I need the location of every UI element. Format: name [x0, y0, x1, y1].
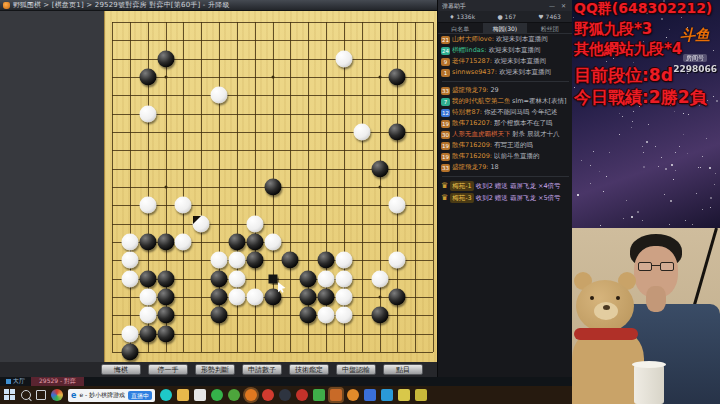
- white-stone-O17: [335, 50, 352, 67]
- black-stone-J6: [246, 252, 263, 269]
- blue-app-icon[interactable]: [364, 389, 376, 401]
- grid-line: [362, 22, 363, 352]
- game-button-strip: 悔棋停一手形勢判斷申請數子技術鑑定中盤認輸點目: [0, 362, 437, 377]
- game-button-1[interactable]: 停一手: [148, 364, 188, 375]
- chat-text: 那个橙旗本不在了吗: [494, 119, 570, 128]
- white-stone-G15: [211, 87, 228, 104]
- game-button-5[interactable]: 中盤認輸: [336, 364, 376, 375]
- level-badge: 12: [441, 109, 450, 117]
- black-stone-D7: [157, 234, 174, 251]
- chat-message: 19散伟716209:有写王道的吗: [438, 140, 573, 151]
- move-preview-square: [268, 274, 277, 283]
- chat-stat: ● 167: [497, 13, 516, 20]
- crown-icon: ♛: [441, 193, 448, 203]
- chat-divider: [442, 176, 569, 177]
- chat-text: 29: [490, 86, 570, 95]
- tab-hall[interactable]: 大厅: [0, 377, 31, 386]
- level-badge: 21: [441, 36, 450, 44]
- black-stone-Q11: [371, 160, 388, 177]
- chat-message-list[interactable]: 21山村大师love:欢迎来到本直播间24棋帽lindas:欢迎来到本直播间9老…: [438, 34, 573, 377]
- white-stone-H6: [228, 252, 245, 269]
- game-tab-label: 29529 - 對弈: [39, 377, 76, 386]
- black-stone-R13: [389, 124, 406, 141]
- yellow-app-icon[interactable]: [398, 389, 410, 401]
- chat-username: sinnwse9437:: [452, 68, 497, 77]
- chat-title: 弹幕助手: [442, 0, 466, 11]
- chat-username: 散伟716209:: [452, 152, 492, 161]
- black-stone-D17: [157, 50, 174, 67]
- black-stone-C16: [139, 69, 156, 86]
- white-stone-K7: [264, 234, 281, 251]
- black-stone-G5: [211, 270, 228, 287]
- black-stone-M5: [300, 270, 317, 287]
- white-stone-N5: [318, 270, 335, 287]
- teddy-bear-scarf: [574, 328, 638, 340]
- grid-line: [415, 22, 416, 352]
- last-move-marker: [193, 216, 201, 224]
- white-stone-Q5: [371, 270, 388, 287]
- white-stone-C4: [139, 289, 156, 306]
- level-badge: 33: [441, 87, 450, 95]
- gift-message: ♛梅苑-1收到2 赠送 霸屏飞龙 ×4倍亏: [438, 180, 573, 192]
- chat-text: 18: [490, 163, 570, 172]
- chat-text: 有写王道的吗: [494, 141, 570, 150]
- level-badge: 7: [441, 98, 450, 106]
- edge-live-chip: 直播中: [128, 391, 152, 400]
- chat-username: 人形无血虎覇棋天下:: [452, 130, 510, 139]
- star-point: [378, 296, 381, 299]
- screen: 野狐围棋 > [棋盘页1] > 29529號對弈房 對弈中[第60手] - 升降…: [0, 0, 720, 404]
- taskbar-app-icons: [160, 389, 427, 401]
- chat-tab-粉丝团[interactable]: 粉丝团: [527, 23, 572, 33]
- gift-sender: 梅苑-1: [450, 181, 473, 191]
- chat-username: 特别君87:: [452, 108, 482, 117]
- white-stone-H5: [228, 270, 245, 287]
- white-stone-J4: [246, 289, 263, 306]
- room-number-value: 2298066: [673, 64, 717, 74]
- white-stone-O3: [335, 307, 352, 324]
- chat-username: 盛龍飛龙79:: [452, 163, 488, 172]
- chat-tab-白名单[interactable]: 白名单: [438, 23, 483, 33]
- teal-app-icon[interactable]: [160, 389, 172, 401]
- chat-message: 1sinnwse9437:欢迎来到本直播间: [438, 67, 573, 78]
- gift-sender: 梅苑-3: [450, 193, 473, 203]
- chat-text: 你还不能回马吗 今年纪述: [484, 108, 570, 117]
- store-icon[interactable]: [194, 389, 206, 401]
- go-board[interactable]: [104, 11, 437, 362]
- black-stone-D4: [157, 289, 174, 306]
- black-stone-R4: [389, 289, 406, 306]
- chat-username: 我的时代航空第二鱼:: [452, 97, 510, 106]
- red-app-icon[interactable]: [262, 389, 274, 401]
- dark-app-icon[interactable]: [279, 389, 291, 401]
- white-stone-O4: [335, 289, 352, 306]
- white-stone-B6: [121, 252, 138, 269]
- chat-divider: [442, 81, 569, 82]
- chat-username: 散伟716207:: [452, 119, 492, 128]
- streamer-info-panel: 斗鱼 房间号 2298066 QQ群(648302212)野狐九段*3其他網站九…: [572, 0, 720, 228]
- streamer-info-line-4: 今日戰績:2勝2負: [574, 86, 706, 109]
- level-badge: 19: [441, 120, 450, 128]
- black-stone-D2: [157, 325, 174, 342]
- grid-line: [112, 352, 433, 353]
- streamer-info-line-2: 其他網站九段*4: [574, 40, 682, 59]
- black-stone-L6: [282, 252, 299, 269]
- danmu-chat-panel: 弹幕助手 — ✕ ♦ 1336k● 167♥ 7463 白名单梅园(30)粉丝团…: [437, 0, 572, 377]
- white-stone-O5: [335, 270, 352, 287]
- chat-message: 33盛龍飛龙79:29: [438, 85, 573, 96]
- level-badge: 33: [441, 164, 450, 172]
- hall-icon: [6, 379, 11, 384]
- yellow2-app-icon[interactable]: [415, 389, 427, 401]
- level-badge: 9: [441, 58, 450, 66]
- level-badge: 30: [441, 131, 450, 139]
- black-stone-M3: [300, 307, 317, 324]
- white-stone-C14: [139, 105, 156, 122]
- chat-message: 19散伟716207:那个橙旗本不在了吗: [438, 118, 573, 129]
- gift-text: 收到2 赠送 霸屏飞龙 ×5倍亏: [476, 193, 561, 203]
- black-stone-D3: [157, 307, 174, 324]
- edge-page-title: e - 妙小棋牌游戏: [79, 391, 125, 400]
- black-stone-N4: [318, 289, 335, 306]
- chat-stats-row: ♦ 1336k● 167♥ 7463: [438, 11, 572, 23]
- chat-message: 19散伟716209:以前斗鱼直播的: [438, 151, 573, 162]
- black-stone-Q3: [371, 307, 388, 324]
- chat-stat: ♥ 7463: [538, 13, 561, 20]
- streamer-info-line-3: 目前段位:8d: [574, 64, 673, 87]
- chat-message: 21山村大师love:欢迎来到本直播间: [438, 34, 573, 45]
- mic-stand: [690, 228, 718, 315]
- black-stone-J7: [246, 234, 263, 251]
- mouse-cursor: [278, 282, 286, 293]
- grid-line: [290, 22, 291, 352]
- chat-message: 12特别君87:你还不能回马吗 今年纪述: [438, 107, 573, 118]
- star-point: [378, 76, 381, 79]
- white-stone-E9: [175, 197, 192, 214]
- chat-window-icons[interactable]: — ✕: [549, 0, 568, 11]
- star-point: [378, 186, 381, 189]
- white-stone-R9: [389, 197, 406, 214]
- chat-username: 散伟716209:: [452, 141, 492, 150]
- white-stone-N3: [318, 307, 335, 324]
- streamer-info-line-0: QQ群(648302212): [574, 0, 712, 18]
- game-button-2[interactable]: 形勢判斷: [195, 364, 235, 375]
- chat-text: 欢迎来到本直播间: [488, 46, 570, 55]
- tab-game-room[interactable]: 29529 - 對弈: [31, 377, 84, 386]
- white-stone-J8: [246, 215, 263, 232]
- task-view-icon[interactable]: [36, 390, 46, 400]
- white-stone-R6: [389, 252, 406, 269]
- breadcrumb: > [棋盘页1] > 29529號對弈房 對弈中[第60手] - 升降級: [43, 1, 229, 9]
- chat-username: 棋帽lindas:: [452, 46, 486, 55]
- white-stone-E7: [175, 234, 192, 251]
- level-badge: 1: [441, 69, 450, 77]
- white-stone-H4: [228, 289, 245, 306]
- windows-taskbar: e e - 妙小棋牌游戏 直播中: [0, 386, 572, 404]
- teal-sq-app-icon[interactable]: [381, 389, 393, 401]
- chat-tab-梅园(30)[interactable]: 梅园(30): [483, 23, 528, 33]
- black-stone-N6: [318, 252, 335, 269]
- black-stone-K10: [264, 179, 281, 196]
- chat-username: 盛龍飛龙79:: [452, 86, 488, 95]
- video-app-icon[interactable]: [313, 389, 325, 401]
- chrome-icon[interactable]: [228, 389, 240, 401]
- chat-message: 33盛龍飛龙79:18: [438, 162, 573, 173]
- white-stone-C3: [139, 307, 156, 324]
- app-title: 野狐围棋: [13, 1, 41, 9]
- chat-tabs: 白名单梅园(30)粉丝团: [438, 23, 572, 34]
- hall-tab-label: 大厅: [13, 377, 25, 386]
- black-stone-G3: [211, 307, 228, 324]
- black-stone-C2: [139, 325, 156, 342]
- chat-text: 以前斗鱼直播的: [494, 152, 570, 161]
- level-badge: 24: [441, 47, 450, 55]
- white-stone-B5: [121, 270, 138, 287]
- white-stone-B7: [121, 234, 138, 251]
- streamer-glasses: [638, 262, 674, 271]
- star-point: [164, 186, 167, 189]
- chat-username: 老伴715287:: [452, 57, 492, 66]
- chat-username: 山村大师love:: [452, 35, 494, 44]
- chat-text: 欢迎来到本直播间: [494, 57, 570, 66]
- foxgo-client-icon[interactable]: [245, 389, 257, 401]
- streamer-hand: [646, 286, 666, 312]
- black-stone-B1: [121, 344, 138, 361]
- black-stone-M4: [300, 289, 317, 306]
- white-stone-B2: [121, 325, 138, 342]
- chat-message: 9老伴715287:欢迎来到本直播间: [438, 56, 573, 67]
- white-cup: [634, 364, 664, 404]
- edge-icon: e: [71, 391, 76, 400]
- webcam-view: [572, 228, 720, 404]
- game-button-0[interactable]: 悔棋: [101, 364, 141, 375]
- chat-header: 弹幕助手 — ✕: [438, 0, 572, 11]
- room-number-label: 房间号: [683, 54, 707, 62]
- grid-line: [112, 205, 433, 206]
- white-stone-C9: [139, 197, 156, 214]
- client-tab-strip: 大厅 29529 - 對弈: [0, 377, 572, 386]
- chat-text: 欢迎来到本直播间: [496, 35, 570, 44]
- folder-icon[interactable]: [177, 389, 189, 401]
- search-icon[interactable]: [21, 390, 31, 400]
- gift-message: ♛梅苑-3收到2 赠送 霸屏飞龙 ×5倍亏: [438, 192, 573, 204]
- black-stone-C7: [139, 234, 156, 251]
- star-point: [164, 76, 167, 79]
- black-stone-D5: [157, 270, 174, 287]
- chat-text: 欢迎来到本直播间: [499, 68, 570, 77]
- level-badge: 19: [441, 153, 450, 161]
- crown-icon: ♛: [441, 181, 448, 191]
- board-grid[interactable]: [112, 22, 433, 352]
- grid-line: [112, 260, 433, 261]
- gift-text: 收到2 赠送 霸屏飞龙 ×4倍亏: [476, 181, 561, 191]
- star-point: [271, 76, 274, 79]
- white-stone-O6: [335, 252, 352, 269]
- black-stone-R16: [389, 69, 406, 86]
- grid-line: [112, 224, 433, 225]
- game-button-3[interactable]: 申請數子: [242, 364, 282, 375]
- chat-stat: ♦ 1336k: [449, 13, 475, 20]
- pinwheel-app-icon[interactable]: [51, 389, 63, 401]
- black-stone-G4: [211, 289, 228, 306]
- level-badge: 19: [441, 142, 450, 150]
- chat-text: 射杀 晨就才十八: [512, 130, 570, 139]
- green-app-icon[interactable]: [211, 389, 223, 401]
- chat-message: 24棋帽lindas:欢迎来到本直播间: [438, 45, 573, 56]
- edge-taskbar-item[interactable]: e e - 妙小棋牌游戏 直播中: [68, 389, 155, 402]
- start-button[interactable]: [4, 389, 16, 401]
- chat-message: 30人形无血虎覇棋天下:射杀 晨就才十八: [438, 129, 573, 140]
- red-browser-icon[interactable]: [296, 389, 308, 401]
- white-stone-P13: [353, 124, 370, 141]
- black-stone-C5: [139, 270, 156, 287]
- teddy-bear-eye: [590, 296, 594, 300]
- active-app-icon[interactable]: [330, 389, 342, 401]
- streamer-info-line-1: 野狐九段*3: [574, 20, 652, 39]
- chat-text: slm=霍林木[表情]: [512, 97, 570, 106]
- chat-message: 7我的时代航空第二鱼:slm=霍林木[表情]: [438, 96, 573, 107]
- teddy-bear-eye: [616, 296, 620, 300]
- board-window: [0, 11, 437, 362]
- game-button-6[interactable]: 點目: [383, 364, 423, 375]
- white-stone-G6: [211, 252, 228, 269]
- clock-app-icon[interactable]: [347, 389, 359, 401]
- black-stone-H7: [228, 234, 245, 251]
- grid-line: [433, 22, 434, 352]
- foxgo-logo-icon: [3, 2, 10, 9]
- teddy-bear-nose: [603, 305, 610, 310]
- game-button-4[interactable]: 技術鑑定: [289, 364, 329, 375]
